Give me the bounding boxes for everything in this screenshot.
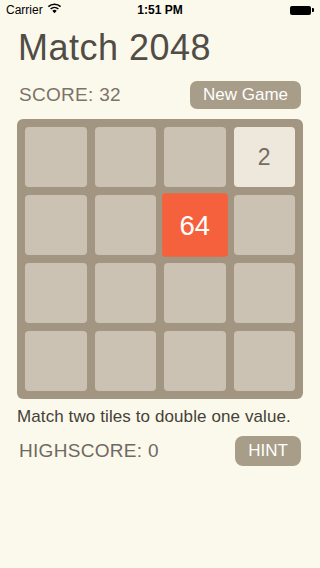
score-row: SCORE: 32 New Game — [19, 81, 301, 109]
instruction-text: Match two tiles to double one value. — [17, 407, 320, 427]
score-label: SCORE: 32 — [19, 84, 121, 106]
board-cell-r3c1 — [25, 263, 87, 323]
board-cell-r4c3 — [164, 331, 226, 391]
board-cell-r1c2 — [95, 127, 157, 187]
board-cell-r1c3 — [164, 127, 226, 187]
tile-64: 64 — [162, 193, 227, 257]
board-cell-r4c1 — [25, 331, 87, 391]
status-time: 1:51 PM — [0, 3, 320, 17]
status-bar-right — [290, 6, 314, 15]
board-cell-r3c3 — [164, 263, 226, 323]
board-cell-r2c2 — [95, 195, 157, 255]
game-board[interactable]: 2 64 — [17, 119, 303, 399]
new-game-button[interactable]: New Game — [190, 81, 301, 109]
board-cell-r2c1 — [25, 195, 87, 255]
board-cell-r4c4 — [234, 331, 296, 391]
app-screen: Carrier 1:51 PM Match 2048 SCORE: 32 New… — [0, 0, 320, 568]
tile-2: 2 — [234, 127, 296, 187]
board-cell-r4c2 — [95, 331, 157, 391]
battery-icon — [290, 6, 311, 15]
board-cell-r3c4 — [234, 263, 296, 323]
board-cell-r2c4 — [234, 195, 296, 255]
board-cell-r3c2 — [95, 263, 157, 323]
highscore-row: HIGHSCORE: 0 HINT — [19, 436, 301, 466]
hint-button[interactable]: HINT — [235, 436, 301, 466]
highscore-label: HIGHSCORE: 0 — [19, 440, 159, 462]
page-title: Match 2048 — [18, 28, 320, 68]
board-cell-r1c1 — [25, 127, 87, 187]
status-bar: Carrier 1:51 PM — [0, 0, 320, 20]
